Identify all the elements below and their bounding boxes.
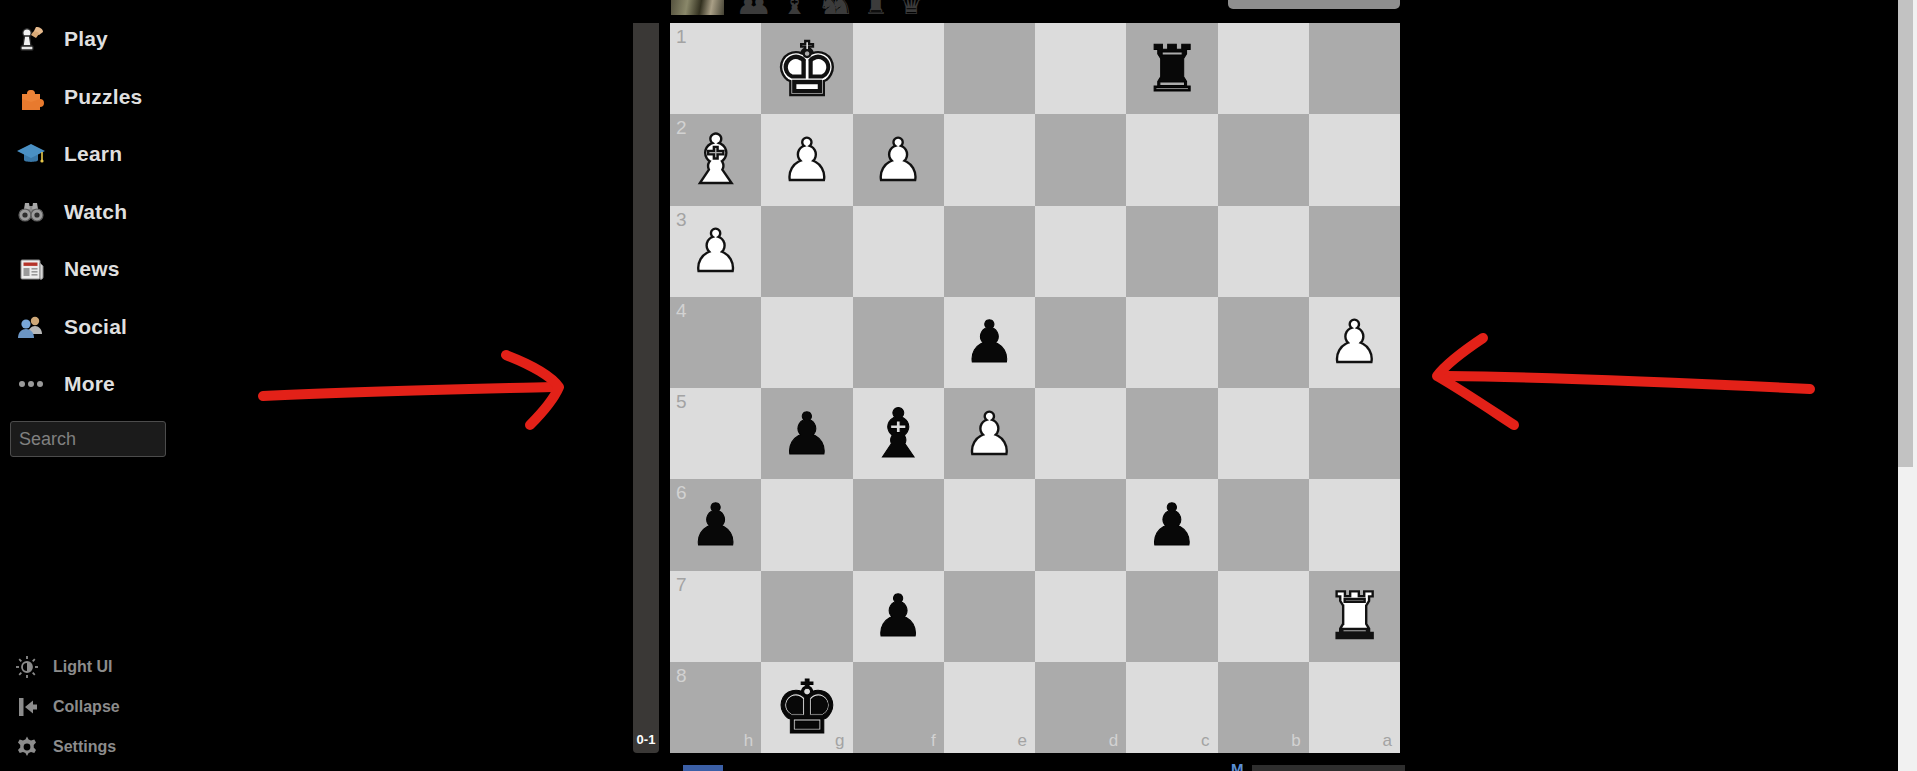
- piece-wR-a7[interactable]: ♜: [1326, 584, 1383, 648]
- piece-bP-g5[interactable]: ♟: [781, 405, 833, 463]
- sidebar-item-watch[interactable]: Watch: [0, 190, 316, 234]
- square-a4[interactable]: ♟: [1309, 297, 1400, 388]
- piece-wB-h2[interactable]: ♝: [685, 126, 746, 194]
- rank-label: 1: [676, 26, 687, 48]
- square-h3[interactable]: 3♟: [670, 206, 761, 297]
- piece-bR-c1[interactable]: ♜: [1143, 37, 1200, 101]
- rank-label: 4: [676, 300, 687, 322]
- captured-piece-R: ♜: [864, 0, 888, 14]
- cut-off-panel: [1252, 765, 1405, 771]
- piece-bP-e4[interactable]: ♟: [963, 313, 1015, 371]
- square-b3[interactable]: [1218, 206, 1309, 297]
- square-h2[interactable]: 2♝: [670, 114, 761, 205]
- square-b6[interactable]: [1218, 479, 1309, 570]
- sidebar-item-label: More: [64, 372, 115, 396]
- sidebar-item-label: Social: [64, 315, 127, 339]
- square-b1[interactable]: [1218, 23, 1309, 114]
- square-h8[interactable]: 8h: [670, 662, 761, 753]
- sidebar-item-puzzles[interactable]: Puzzles: [0, 75, 316, 119]
- captured-piece-P: ♟: [747, 0, 771, 14]
- chess-board[interactable]: 1♚♜2♝♟♟3♟4♟♟5♟♝♟6♟♟7♟♜8hg♚fedcba: [670, 23, 1400, 753]
- square-c5[interactable]: [1126, 388, 1217, 479]
- piece-wP-e5[interactable]: ♟: [963, 405, 1015, 463]
- square-c8[interactable]: c: [1126, 662, 1217, 753]
- square-g1[interactable]: ♚: [761, 23, 852, 114]
- captured-pieces-tray: ♟♟♝♞♞♜♛: [736, 0, 996, 14]
- sidebar-item-label: Play: [64, 27, 108, 51]
- square-g8[interactable]: g♚: [761, 662, 852, 753]
- rank-label: 2: [676, 117, 687, 139]
- piece-bB-f5[interactable]: ♝: [868, 400, 929, 468]
- piece-bP-h6[interactable]: ♟: [690, 496, 742, 554]
- opponent-avatar[interactable]: [683, 765, 723, 771]
- square-b4[interactable]: [1218, 297, 1309, 388]
- square-f5[interactable]: ♝: [853, 388, 944, 479]
- hand-pawn-icon: [16, 24, 46, 54]
- square-c3[interactable]: [1126, 206, 1217, 297]
- square-d3[interactable]: [1035, 206, 1126, 297]
- square-a1[interactable]: [1309, 23, 1400, 114]
- piece-wP-h3[interactable]: ♟: [690, 222, 742, 280]
- player-avatar[interactable]: [671, 0, 724, 15]
- rank-label: 5: [676, 391, 687, 413]
- evaluation-bar: 0-1: [633, 23, 659, 753]
- game-result-label: 0-1: [633, 732, 659, 747]
- square-d8[interactable]: d: [1035, 662, 1126, 753]
- top-right-button[interactable]: [1228, 0, 1400, 9]
- file-label: f: [931, 731, 936, 751]
- rank-label: 7: [676, 574, 687, 596]
- captured-group: ♟♟: [736, 0, 771, 14]
- square-d5[interactable]: [1035, 388, 1126, 479]
- captured-piece-Q: ♛: [899, 0, 923, 14]
- rank-label: 3: [676, 209, 687, 231]
- square-e1[interactable]: [944, 23, 1035, 114]
- sidebar-item-news[interactable]: News: [0, 247, 316, 291]
- square-c4[interactable]: [1126, 297, 1217, 388]
- scrollbar-thumb[interactable]: [1898, 0, 1913, 467]
- arrow-pointing-left: [1437, 338, 1810, 425]
- rank-label: 8: [676, 665, 687, 687]
- sidebar-item-play[interactable]: Play: [0, 17, 316, 61]
- binoculars-icon: [16, 197, 46, 227]
- square-d7[interactable]: [1035, 571, 1126, 662]
- square-d4[interactable]: [1035, 297, 1126, 388]
- square-g5[interactable]: ♟: [761, 388, 852, 479]
- square-g4[interactable]: [761, 297, 852, 388]
- people-icon: [16, 312, 46, 342]
- sidebar-item-social[interactable]: Social: [0, 305, 316, 349]
- square-c1[interactable]: ♜: [1126, 23, 1217, 114]
- square-e4[interactable]: ♟: [944, 297, 1035, 388]
- captured-group: ♜: [864, 0, 888, 14]
- sidebar-item-label: Settings: [53, 738, 116, 756]
- square-d6[interactable]: [1035, 479, 1126, 570]
- square-g3[interactable]: [761, 206, 852, 297]
- collapse-left-icon: [15, 695, 39, 719]
- piece-wP-a4[interactable]: ♟: [1328, 313, 1380, 371]
- graduation-cap-icon: [16, 139, 46, 169]
- square-f1[interactable]: [853, 23, 944, 114]
- cut-off-logo-text: M: [1231, 762, 1244, 771]
- piece-bK-g8[interactable]: ♚: [774, 670, 840, 744]
- square-b7[interactable]: [1218, 571, 1309, 662]
- square-a3[interactable]: [1309, 206, 1400, 297]
- square-d1[interactable]: [1035, 23, 1126, 114]
- piece-bP-f7[interactable]: ♟: [872, 587, 924, 645]
- square-b5[interactable]: [1218, 388, 1309, 479]
- square-g7[interactable]: [761, 571, 852, 662]
- brightness-icon: [15, 655, 39, 679]
- square-a2[interactable]: [1309, 114, 1400, 205]
- square-h4[interactable]: 4: [670, 297, 761, 388]
- square-e8[interactable]: e: [944, 662, 1035, 753]
- file-label: g: [835, 731, 844, 751]
- square-a7[interactable]: ♜: [1309, 571, 1400, 662]
- square-c7[interactable]: [1126, 571, 1217, 662]
- square-h7[interactable]: 7: [670, 571, 761, 662]
- file-label: e: [1018, 731, 1027, 751]
- captured-group: ♝: [782, 0, 806, 14]
- rank-label: 6: [676, 482, 687, 504]
- sidebar-item-label: Watch: [64, 200, 127, 224]
- file-label: a: [1383, 731, 1392, 751]
- file-label: c: [1201, 731, 1210, 751]
- search-input[interactable]: [10, 421, 166, 457]
- app-window: Play Puzzles Learn: [0, 0, 1917, 771]
- square-f2[interactable]: ♟: [853, 114, 944, 205]
- square-d2[interactable]: [1035, 114, 1126, 205]
- square-c6[interactable]: ♟: [1126, 479, 1217, 570]
- square-f7[interactable]: ♟: [853, 571, 944, 662]
- file-label: h: [744, 731, 753, 751]
- square-e7[interactable]: [944, 571, 1035, 662]
- newspaper-icon: [16, 254, 46, 284]
- piece-wP-f2[interactable]: ♟: [872, 131, 924, 189]
- piece-wK-g1[interactable]: ♚: [774, 32, 840, 106]
- square-h5[interactable]: 5: [670, 388, 761, 479]
- square-e6[interactable]: [944, 479, 1035, 570]
- captured-piece-N: ♞: [829, 0, 853, 14]
- sidebar-item-more[interactable]: More: [0, 362, 316, 406]
- file-label: b: [1291, 731, 1300, 751]
- sidebar-item-label: Puzzles: [64, 85, 142, 109]
- sidebar-item-label: News: [64, 257, 120, 281]
- piece-wP-g2[interactable]: ♟: [781, 131, 833, 189]
- square-h6[interactable]: 6♟: [670, 479, 761, 570]
- square-e5[interactable]: ♟: [944, 388, 1035, 479]
- square-e3[interactable]: [944, 206, 1035, 297]
- square-b8[interactable]: b: [1218, 662, 1309, 753]
- square-a5[interactable]: [1309, 388, 1400, 479]
- square-h1[interactable]: 1: [670, 23, 761, 114]
- square-f6[interactable]: [853, 479, 944, 570]
- square-c2[interactable]: [1126, 114, 1217, 205]
- square-g2[interactable]: ♟: [761, 114, 852, 205]
- sidebar-item-collapse[interactable]: Collapse: [0, 694, 315, 720]
- captured-group: ♞♞: [818, 0, 853, 14]
- sidebar-item-label: Learn: [64, 142, 122, 166]
- gear-icon: [15, 735, 39, 759]
- sidebar-item-label: Collapse: [53, 698, 120, 716]
- square-f8[interactable]: f: [853, 662, 944, 753]
- square-g6[interactable]: [761, 479, 852, 570]
- sidebar-item-settings[interactable]: Settings: [0, 734, 315, 760]
- captured-group: ♛: [899, 0, 923, 14]
- puzzle-icon: [16, 82, 46, 112]
- square-a8[interactable]: a: [1309, 662, 1400, 753]
- captured-piece-B: ♝: [782, 0, 806, 14]
- sidebar-item-light-ui[interactable]: Light UI: [0, 654, 315, 680]
- square-e2[interactable]: [944, 114, 1035, 205]
- square-f3[interactable]: [853, 206, 944, 297]
- ellipsis-icon: [16, 369, 46, 399]
- sidebar-item-label: Light UI: [53, 658, 113, 676]
- square-a6[interactable]: [1309, 479, 1400, 570]
- square-f4[interactable]: [853, 297, 944, 388]
- square-b2[interactable]: [1218, 114, 1309, 205]
- sidebar-item-learn[interactable]: Learn: [0, 132, 316, 176]
- piece-bP-c6[interactable]: ♟: [1146, 496, 1198, 554]
- file-label: d: [1109, 731, 1118, 751]
